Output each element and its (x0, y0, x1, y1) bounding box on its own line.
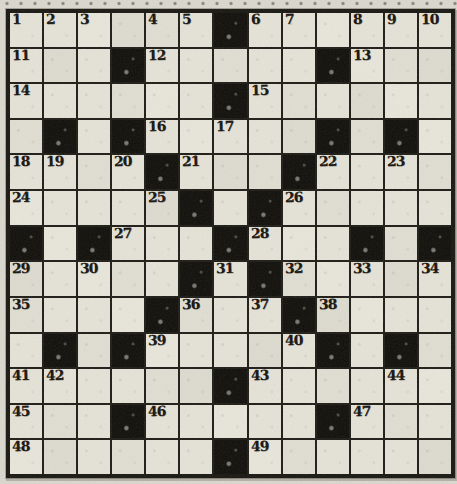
cell-r6c5[interactable]: 25 (146, 191, 178, 225)
clue-number-34: 34 (421, 261, 439, 277)
cell-r3c8[interactable]: 15 (249, 84, 281, 118)
cell-r10c1[interactable] (10, 334, 42, 368)
clue-number-41: 41 (12, 368, 30, 384)
cell-r3c4[interactable] (112, 84, 144, 118)
cell-r9c12[interactable] (385, 298, 417, 332)
cell-r8c7[interactable]: 31 (214, 262, 246, 296)
clue-number-2: 2 (46, 12, 55, 28)
cell-r8c11[interactable]: 33 (351, 262, 383, 296)
cell-r9c10[interactable]: 38 (317, 298, 349, 332)
cell-r5c8[interactable] (249, 155, 281, 189)
cell-r7c5[interactable] (146, 227, 178, 261)
clue-number-22: 22 (318, 154, 336, 170)
cell-r2c8[interactable] (249, 49, 281, 83)
cell-r3c10[interactable] (317, 84, 349, 118)
cell-r1c5[interactable]: 4 (146, 13, 178, 47)
cell-r2c13[interactable] (419, 49, 451, 83)
clue-number-6: 6 (250, 12, 259, 28)
cell-r10c3[interactable] (78, 334, 110, 368)
cell-r5c3[interactable] (78, 155, 110, 189)
cell-r4c1[interactable] (10, 120, 42, 154)
cell-r6c12[interactable] (385, 191, 417, 225)
cell-r12c2[interactable] (44, 405, 76, 439)
black-cell-r9c5 (146, 298, 178, 332)
black-cell-r2c4 (112, 49, 144, 83)
cell-r9c4[interactable] (112, 298, 144, 332)
cell-r11c8[interactable]: 43 (249, 369, 281, 403)
black-cell-r10c10 (317, 334, 349, 368)
clue-number-10: 10 (421, 12, 439, 28)
cell-r8c2[interactable] (44, 262, 76, 296)
clue-number-39: 39 (148, 332, 166, 348)
clue-number-19: 19 (46, 154, 64, 170)
black-cell-r9c9 (283, 298, 315, 332)
cell-r1c2[interactable]: 2 (44, 13, 76, 47)
cell-r2c11[interactable]: 13 (351, 49, 383, 83)
cell-r3c2[interactable] (44, 84, 76, 118)
cell-r8c9[interactable]: 32 (283, 262, 315, 296)
clue-number-18: 18 (12, 154, 30, 170)
clue-number-24: 24 (12, 190, 30, 206)
cell-r8c10[interactable] (317, 262, 349, 296)
cell-r7c4[interactable]: 27 (112, 227, 144, 261)
clue-number-17: 17 (216, 119, 234, 135)
cell-r4c3[interactable] (78, 120, 110, 154)
cell-r11c5[interactable] (146, 369, 178, 403)
black-cell-r6c6 (180, 191, 212, 225)
cell-r1c6[interactable]: 5 (180, 13, 212, 47)
cell-r10c8[interactable] (249, 334, 281, 368)
clue-number-27: 27 (114, 225, 132, 241)
cell-r6c10[interactable] (317, 191, 349, 225)
cell-r4c8[interactable] (249, 120, 281, 154)
black-cell-r7c13 (419, 227, 451, 261)
clue-number-15: 15 (250, 83, 268, 99)
black-cell-r2c10 (317, 49, 349, 83)
black-cell-r6c8 (249, 191, 281, 225)
cell-r10c11[interactable] (351, 334, 383, 368)
cell-r10c13[interactable] (419, 334, 451, 368)
cell-r8c4[interactable] (112, 262, 144, 296)
cell-r1c13[interactable]: 10 (419, 13, 451, 47)
clue-number-45: 45 (12, 404, 30, 420)
clue-number-48: 48 (12, 439, 30, 455)
cell-r10c6[interactable] (180, 334, 212, 368)
black-cell-r8c6 (180, 262, 212, 296)
cell-r2c5[interactable]: 12 (146, 49, 178, 83)
cell-r2c1[interactable]: 11 (10, 49, 42, 83)
clue-number-43: 43 (250, 368, 268, 384)
cell-r7c8[interactable]: 28 (249, 227, 281, 261)
cell-r7c10[interactable] (317, 227, 349, 261)
cell-r3c13[interactable] (419, 84, 451, 118)
black-cell-r4c12 (385, 120, 417, 154)
clue-number-47: 47 (353, 404, 371, 420)
clue-number-11: 11 (12, 47, 30, 63)
cell-r12c11[interactable]: 47 (351, 405, 383, 439)
black-cell-r5c9 (283, 155, 315, 189)
clue-number-20: 20 (114, 154, 132, 170)
cell-r9c11[interactable] (351, 298, 383, 332)
cell-r11c9[interactable] (283, 369, 315, 403)
clue-number-38: 38 (318, 297, 336, 313)
clue-number-16: 16 (148, 119, 166, 135)
clue-number-40: 40 (284, 332, 302, 348)
cell-r2c6[interactable] (180, 49, 212, 83)
cell-r6c9[interactable]: 26 (283, 191, 315, 225)
cell-r2c12[interactable] (385, 49, 417, 83)
cell-r5c4[interactable]: 20 (112, 155, 144, 189)
cell-r8c12[interactable] (385, 262, 417, 296)
clue-number-9: 9 (387, 12, 396, 28)
black-cell-r12c10 (317, 405, 349, 439)
cell-r3c1[interactable]: 14 (10, 84, 42, 118)
black-cell-r12c4 (112, 405, 144, 439)
cell-r4c5[interactable]: 16 (146, 120, 178, 154)
clue-number-12: 12 (148, 47, 166, 63)
cell-r13c2[interactable] (44, 440, 76, 474)
cell-r3c12[interactable] (385, 84, 417, 118)
scan-edge-noise (0, 0, 457, 8)
cell-r1c10[interactable] (317, 13, 349, 47)
cell-r7c2[interactable] (44, 227, 76, 261)
clue-number-25: 25 (148, 190, 166, 206)
cell-r13c13[interactable] (419, 440, 451, 474)
cell-r6c13[interactable] (419, 191, 451, 225)
cell-r8c3[interactable]: 30 (78, 262, 110, 296)
cell-r6c11[interactable] (351, 191, 383, 225)
cell-r9c6[interactable]: 36 (180, 298, 212, 332)
cell-r4c13[interactable] (419, 120, 451, 154)
black-cell-r7c1 (10, 227, 42, 261)
cell-r13c1[interactable]: 48 (10, 440, 42, 474)
clue-number-32: 32 (284, 261, 302, 277)
cell-r9c8[interactable]: 37 (249, 298, 281, 332)
cell-r12c9[interactable] (283, 405, 315, 439)
cell-r12c12[interactable] (385, 405, 417, 439)
cell-r10c9[interactable]: 40 (283, 334, 315, 368)
cell-r4c11[interactable] (351, 120, 383, 154)
cell-r5c6[interactable]: 21 (180, 155, 212, 189)
black-cell-r7c3 (78, 227, 110, 261)
cell-r5c7[interactable] (214, 155, 246, 189)
cell-r12c7[interactable] (214, 405, 246, 439)
cell-r11c11[interactable] (351, 369, 383, 403)
cell-r11c1[interactable]: 41 (10, 369, 42, 403)
black-cell-r5c5 (146, 155, 178, 189)
black-cell-r4c2 (44, 120, 76, 154)
cell-r1c3[interactable]: 3 (78, 13, 110, 47)
clue-number-49: 49 (250, 439, 268, 455)
cell-r13c5[interactable] (146, 440, 178, 474)
clue-number-29: 29 (12, 261, 30, 277)
scanned-newspaper-page: 1234567891011121314151617181920212223242… (0, 0, 457, 484)
clue-number-44: 44 (387, 368, 405, 384)
cell-r13c9[interactable] (283, 440, 315, 474)
clue-number-8: 8 (353, 12, 362, 28)
clue-number-36: 36 (182, 297, 200, 313)
clue-number-35: 35 (12, 297, 30, 313)
cell-r3c5[interactable] (146, 84, 178, 118)
cell-r6c7[interactable] (214, 191, 246, 225)
black-cell-r1c7 (214, 13, 246, 47)
clue-number-1: 1 (12, 12, 21, 28)
clue-number-46: 46 (148, 404, 166, 420)
cell-r6c1[interactable]: 24 (10, 191, 42, 225)
cell-r1c4[interactable] (112, 13, 144, 47)
cell-r6c2[interactable] (44, 191, 76, 225)
cell-r6c3[interactable] (78, 191, 110, 225)
clue-number-37: 37 (250, 297, 268, 313)
black-cell-r4c10 (317, 120, 349, 154)
black-cell-r7c11 (351, 227, 383, 261)
black-cell-r11c7 (214, 369, 246, 403)
cell-r11c12[interactable]: 44 (385, 369, 417, 403)
black-cell-r7c7 (214, 227, 246, 261)
cell-r7c6[interactable] (180, 227, 212, 261)
cell-r7c12[interactable] (385, 227, 417, 261)
cell-r4c7[interactable]: 17 (214, 120, 246, 154)
cell-r5c12[interactable]: 23 (385, 155, 417, 189)
cell-r12c5[interactable]: 46 (146, 405, 178, 439)
cell-r1c11[interactable]: 8 (351, 13, 383, 47)
black-cell-r10c12 (385, 334, 417, 368)
clue-number-14: 14 (12, 83, 30, 99)
cell-r11c10[interactable] (317, 369, 349, 403)
cell-r13c10[interactable] (317, 440, 349, 474)
clue-number-7: 7 (284, 12, 293, 28)
cell-r2c2[interactable] (44, 49, 76, 83)
cell-r7c9[interactable] (283, 227, 315, 261)
cell-r5c13[interactable] (419, 155, 451, 189)
clue-number-23: 23 (387, 154, 405, 170)
cell-r12c8[interactable] (249, 405, 281, 439)
cell-r1c9[interactable]: 7 (283, 13, 315, 47)
cell-r9c2[interactable] (44, 298, 76, 332)
cell-r13c4[interactable] (112, 440, 144, 474)
cell-r1c12[interactable]: 9 (385, 13, 417, 47)
cell-r10c7[interactable] (214, 334, 246, 368)
cell-r5c11[interactable] (351, 155, 383, 189)
cell-r2c9[interactable] (283, 49, 315, 83)
cell-r12c6[interactable] (180, 405, 212, 439)
cell-r13c11[interactable] (351, 440, 383, 474)
clue-number-33: 33 (353, 261, 371, 277)
cell-r3c9[interactable] (283, 84, 315, 118)
clue-number-31: 31 (216, 261, 234, 277)
cell-r9c1[interactable]: 35 (10, 298, 42, 332)
clue-number-5: 5 (182, 12, 191, 28)
cell-r1c8[interactable]: 6 (249, 13, 281, 47)
cell-r12c3[interactable] (78, 405, 110, 439)
clue-number-21: 21 (182, 154, 200, 170)
clue-number-4: 4 (148, 12, 157, 28)
cell-r11c13[interactable] (419, 369, 451, 403)
clue-number-26: 26 (284, 190, 302, 206)
cell-r2c3[interactable] (78, 49, 110, 83)
black-cell-r13c7 (214, 440, 246, 474)
cell-r12c13[interactable] (419, 405, 451, 439)
cell-r8c1[interactable]: 29 (10, 262, 42, 296)
cell-r6c4[interactable] (112, 191, 144, 225)
black-cell-r10c2 (44, 334, 76, 368)
cell-r13c12[interactable] (385, 440, 417, 474)
black-cell-r3c7 (214, 84, 246, 118)
cell-r8c13[interactable]: 34 (419, 262, 451, 296)
cell-r13c6[interactable] (180, 440, 212, 474)
cell-r4c9[interactable] (283, 120, 315, 154)
black-cell-r8c8 (249, 262, 281, 296)
cell-r9c13[interactable] (419, 298, 451, 332)
cell-r3c3[interactable] (78, 84, 110, 118)
cell-r5c10[interactable]: 22 (317, 155, 349, 189)
black-cell-r10c4 (112, 334, 144, 368)
cell-r9c7[interactable] (214, 298, 246, 332)
cell-r4c6[interactable] (180, 120, 212, 154)
cell-r2c7[interactable] (214, 49, 246, 83)
clue-number-28: 28 (250, 225, 268, 241)
cell-r1c1[interactable]: 1 (10, 13, 42, 47)
black-cell-r4c4 (112, 120, 144, 154)
cell-r11c6[interactable] (180, 369, 212, 403)
cell-r13c8[interactable]: 49 (249, 440, 281, 474)
cell-r8c5[interactable] (146, 262, 178, 296)
cell-r11c4[interactable] (112, 369, 144, 403)
clue-number-42: 42 (46, 368, 64, 384)
cell-r11c2[interactable]: 42 (44, 369, 76, 403)
cell-r9c3[interactable] (78, 298, 110, 332)
clue-number-13: 13 (353, 47, 371, 63)
clue-number-3: 3 (80, 12, 89, 28)
cell-r13c3[interactable] (78, 440, 110, 474)
cell-r12c1[interactable]: 45 (10, 405, 42, 439)
cell-r5c2[interactable]: 19 (44, 155, 76, 189)
cell-r3c11[interactable] (351, 84, 383, 118)
cell-r10c5[interactable]: 39 (146, 334, 178, 368)
cell-r11c3[interactable] (78, 369, 110, 403)
crossword-grid: 1234567891011121314151617181920212223242… (6, 9, 455, 478)
cell-r3c6[interactable] (180, 84, 212, 118)
cell-r5c1[interactable]: 18 (10, 155, 42, 189)
clue-number-30: 30 (80, 261, 98, 277)
